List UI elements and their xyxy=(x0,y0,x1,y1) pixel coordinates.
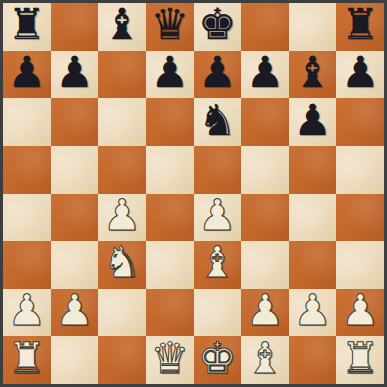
square-d4[interactable] xyxy=(146,194,194,242)
square-b5[interactable] xyxy=(51,146,99,194)
piece-white-bishop: ♝ xyxy=(246,337,285,380)
square-a7[interactable]: ♟ xyxy=(3,51,51,99)
square-b6[interactable] xyxy=(51,98,99,146)
piece-black-bishop: ♝ xyxy=(103,3,142,46)
chess-board: ♜♝♛♚♜♟♟♟♟♟♝♟♞♟♟♟♞♝♟♟♟♟♟♜♛♚♝♜ xyxy=(3,3,384,384)
square-g3[interactable] xyxy=(289,241,337,289)
square-h2[interactable]: ♟ xyxy=(336,289,384,337)
piece-black-king: ♚ xyxy=(198,3,237,46)
square-d2[interactable] xyxy=(146,289,194,337)
piece-black-pawn: ♟ xyxy=(293,99,332,142)
piece-black-pawn: ♟ xyxy=(198,51,237,94)
square-d1[interactable]: ♛ xyxy=(146,336,194,384)
square-d7[interactable]: ♟ xyxy=(146,51,194,99)
square-a2[interactable]: ♟ xyxy=(3,289,51,337)
square-e8[interactable]: ♚ xyxy=(194,3,242,51)
piece-black-knight: ♞ xyxy=(198,99,237,142)
square-c4[interactable]: ♟ xyxy=(98,194,146,242)
square-f8[interactable] xyxy=(241,3,289,51)
square-a4[interactable] xyxy=(3,194,51,242)
square-a8[interactable]: ♜ xyxy=(3,3,51,51)
square-a1[interactable]: ♜ xyxy=(3,336,51,384)
square-e7[interactable]: ♟ xyxy=(194,51,242,99)
square-a3[interactable] xyxy=(3,241,51,289)
piece-white-pawn: ♟ xyxy=(293,289,332,332)
piece-white-pawn: ♟ xyxy=(103,194,142,237)
piece-black-pawn: ♟ xyxy=(341,51,380,94)
square-d5[interactable] xyxy=(146,146,194,194)
piece-white-pawn: ♟ xyxy=(55,289,94,332)
square-d8[interactable]: ♛ xyxy=(146,3,194,51)
square-h1[interactable]: ♜ xyxy=(336,336,384,384)
square-g4[interactable] xyxy=(289,194,337,242)
square-h3[interactable] xyxy=(336,241,384,289)
square-c2[interactable] xyxy=(98,289,146,337)
square-d3[interactable] xyxy=(146,241,194,289)
piece-white-pawn: ♟ xyxy=(246,289,285,332)
piece-black-pawn: ♟ xyxy=(8,51,47,94)
square-e2[interactable] xyxy=(194,289,242,337)
chess-board-frame: ♜♝♛♚♜♟♟♟♟♟♝♟♞♟♟♟♞♝♟♟♟♟♟♜♛♚♝♜ xyxy=(0,0,387,387)
square-f1[interactable]: ♝ xyxy=(241,336,289,384)
piece-white-rook: ♜ xyxy=(8,337,47,380)
square-e3[interactable]: ♝ xyxy=(194,241,242,289)
square-b3[interactable] xyxy=(51,241,99,289)
square-c7[interactable] xyxy=(98,51,146,99)
piece-black-pawn: ♟ xyxy=(246,51,285,94)
piece-black-bishop: ♝ xyxy=(293,51,332,94)
square-b8[interactable] xyxy=(51,3,99,51)
square-f5[interactable] xyxy=(241,146,289,194)
square-h8[interactable]: ♜ xyxy=(336,3,384,51)
square-h7[interactable]: ♟ xyxy=(336,51,384,99)
square-b4[interactable] xyxy=(51,194,99,242)
square-h5[interactable] xyxy=(336,146,384,194)
square-g5[interactable] xyxy=(289,146,337,194)
piece-white-bishop: ♝ xyxy=(198,241,237,284)
square-c3[interactable]: ♞ xyxy=(98,241,146,289)
piece-white-pawn: ♟ xyxy=(341,289,380,332)
piece-white-knight: ♞ xyxy=(103,241,142,284)
square-f2[interactable]: ♟ xyxy=(241,289,289,337)
piece-white-rook: ♜ xyxy=(341,337,380,380)
square-a6[interactable] xyxy=(3,98,51,146)
square-g7[interactable]: ♝ xyxy=(289,51,337,99)
square-b1[interactable] xyxy=(51,336,99,384)
square-g2[interactable]: ♟ xyxy=(289,289,337,337)
piece-white-queen: ♛ xyxy=(150,337,189,380)
piece-black-pawn: ♟ xyxy=(55,51,94,94)
square-c1[interactable] xyxy=(98,336,146,384)
square-f6[interactable] xyxy=(241,98,289,146)
square-e5[interactable] xyxy=(194,146,242,194)
piece-white-pawn: ♟ xyxy=(8,289,47,332)
square-h6[interactable] xyxy=(336,98,384,146)
square-g1[interactable] xyxy=(289,336,337,384)
square-c8[interactable]: ♝ xyxy=(98,3,146,51)
square-d6[interactable] xyxy=(146,98,194,146)
piece-black-pawn: ♟ xyxy=(150,51,189,94)
square-e4[interactable]: ♟ xyxy=(194,194,242,242)
square-a5[interactable] xyxy=(3,146,51,194)
piece-white-king: ♚ xyxy=(198,337,237,380)
square-b2[interactable]: ♟ xyxy=(51,289,99,337)
square-f7[interactable]: ♟ xyxy=(241,51,289,99)
square-c6[interactable] xyxy=(98,98,146,146)
piece-black-rook: ♜ xyxy=(8,3,47,46)
piece-black-queen: ♛ xyxy=(150,3,189,46)
square-b7[interactable]: ♟ xyxy=(51,51,99,99)
square-e6[interactable]: ♞ xyxy=(194,98,242,146)
piece-white-pawn: ♟ xyxy=(198,194,237,237)
square-g8[interactable] xyxy=(289,3,337,51)
piece-black-rook: ♜ xyxy=(341,3,380,46)
square-f4[interactable] xyxy=(241,194,289,242)
square-c5[interactable] xyxy=(98,146,146,194)
square-f3[interactable] xyxy=(241,241,289,289)
square-h4[interactable] xyxy=(336,194,384,242)
square-e1[interactable]: ♚ xyxy=(194,336,242,384)
square-g6[interactable]: ♟ xyxy=(289,98,337,146)
